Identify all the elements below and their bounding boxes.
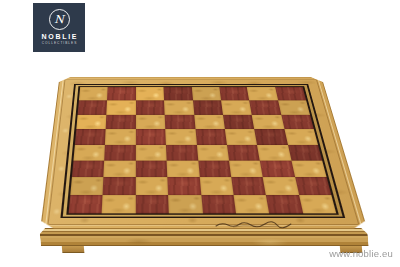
square-b2 [102, 177, 135, 195]
square-c7 [135, 101, 164, 115]
square-e8 [191, 87, 221, 100]
square-f2 [231, 177, 266, 195]
square-d8 [163, 87, 192, 100]
square-b8 [107, 87, 135, 100]
field-pinstripe-outer [60, 84, 345, 218]
square-d6 [164, 115, 194, 130]
square-h6 [280, 115, 313, 130]
field-pinstripe-inner [66, 86, 339, 214]
square-b4 [104, 145, 135, 161]
square-d4 [166, 145, 198, 161]
square-c5 [135, 129, 165, 144]
square-a6 [76, 115, 106, 130]
square-g2 [262, 177, 298, 195]
square-e5 [195, 129, 227, 144]
square-h2 [294, 177, 331, 195]
playing-field [68, 87, 336, 213]
square-g5 [254, 129, 287, 144]
square-c3 [135, 161, 167, 178]
square-f5 [224, 129, 256, 144]
board-side-molding [39, 228, 369, 246]
square-b5 [105, 129, 135, 144]
square-h1 [298, 195, 336, 214]
watermark-url: www.noblie.eu [329, 248, 393, 259]
square-f4 [226, 145, 259, 161]
square-c2 [135, 177, 168, 195]
square-g4 [257, 145, 291, 161]
square-g8 [247, 87, 278, 100]
product-photo: N NOBLIE COLLECTIBLES www.noblie.eu [0, 0, 400, 267]
chessboard-scene [0, 0, 400, 267]
board-foot-left [62, 246, 85, 253]
square-a2 [70, 177, 103, 195]
square-f6 [222, 115, 254, 130]
square-g7 [249, 101, 281, 115]
square-b1 [102, 195, 135, 214]
square-a3 [71, 161, 104, 178]
square-a1 [68, 195, 102, 214]
field-inlay-band [62, 85, 342, 217]
square-e3 [197, 161, 230, 178]
square-e7 [192, 101, 222, 115]
square-e2 [199, 177, 233, 195]
square-d2 [167, 177, 200, 195]
square-c4 [135, 145, 166, 161]
square-h5 [284, 129, 318, 144]
square-d7 [164, 101, 194, 115]
square-g6 [251, 115, 283, 130]
square-b3 [103, 161, 135, 178]
square-c8 [135, 87, 163, 100]
square-d1 [168, 195, 202, 214]
square-f8 [219, 87, 249, 100]
square-a5 [74, 129, 105, 144]
square-c1 [135, 195, 168, 214]
square-a4 [73, 145, 105, 161]
square-f1 [233, 195, 269, 214]
square-e1 [200, 195, 235, 214]
square-h8 [274, 87, 305, 100]
square-g1 [266, 195, 303, 214]
chess-board [40, 77, 367, 229]
square-b6 [105, 115, 135, 130]
square-h3 [291, 161, 327, 178]
signature-engraving [212, 219, 293, 229]
square-c6 [135, 115, 165, 130]
square-d5 [165, 129, 196, 144]
square-f3 [228, 161, 262, 178]
square-g3 [259, 161, 294, 178]
square-a7 [77, 101, 107, 115]
square-e6 [193, 115, 224, 130]
square-h4 [287, 145, 322, 161]
square-f7 [220, 101, 251, 115]
square-d3 [166, 161, 199, 178]
square-b7 [106, 101, 135, 115]
square-a8 [78, 87, 107, 100]
square-h7 [277, 101, 309, 115]
square-e4 [196, 145, 228, 161]
